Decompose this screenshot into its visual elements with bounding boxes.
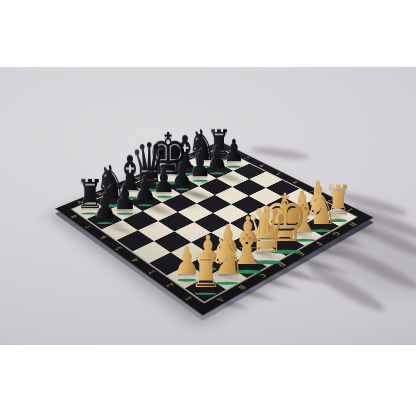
piece-glyph: ♟ bbox=[93, 189, 117, 224]
white-rook[interactable]: ♜ bbox=[185, 248, 227, 294]
piece-glyph: ♜ bbox=[189, 248, 221, 294]
piece-cast-shadow bbox=[249, 145, 310, 161]
studio-backdrop: 12345678 12345678 ABCDEFGH ABCDEFGH ♜♞♝♛… bbox=[0, 67, 416, 345]
black-pawn[interactable]: ♟ bbox=[89, 189, 120, 224]
product-photo: 12345678 12345678 ABCDEFGH ABCDEFGH ♜♞♝♛… bbox=[0, 0, 416, 416]
